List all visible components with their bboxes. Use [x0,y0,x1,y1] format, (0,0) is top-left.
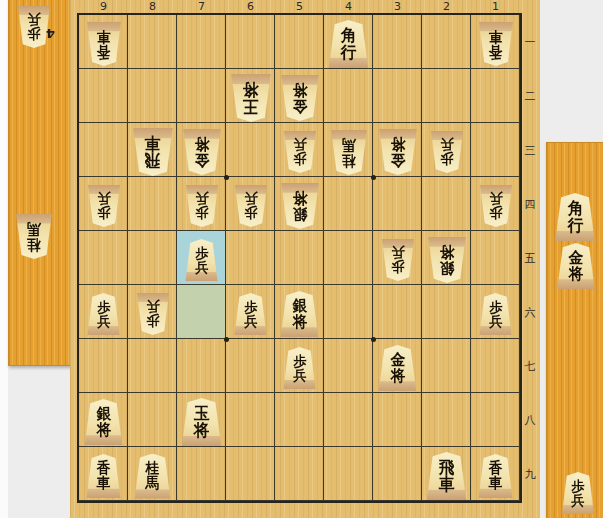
hand-gote-count: 4 [46,26,55,41]
square-f3-r6[interactable] [373,285,422,339]
shogi-app: 987654321 一二三四五六七八九 香車香車角行王将金将飛車金将歩兵桂馬金将… [0,0,603,518]
piece-kanji: 飛 [145,152,161,169]
piece-kanji: 歩 [146,314,159,328]
piece-kanji: 馬 [27,221,41,236]
rank-label-4: 四 [521,177,539,231]
piece-kanji: 馬 [146,476,160,491]
piece-kanji: 兵 [97,192,110,206]
file-label-8: 8 [128,0,177,14]
piece-kanji: 金 [292,98,307,114]
square-f3-r1[interactable] [373,15,422,69]
file-label-2: 2 [422,0,471,14]
rank-label-8: 八 [521,393,539,447]
piece-kanji: 香 [489,44,503,59]
rank-label-9: 九 [521,447,539,501]
piece-kanji: 兵 [293,138,306,152]
piece-kanji: 銀 [439,260,454,276]
square-f1-r7[interactable] [471,339,520,393]
piece-kanji: 車 [145,135,161,152]
piece-kanji: 歩 [293,354,306,368]
square-f2-r1[interactable] [422,15,471,69]
square-f2-r7[interactable] [422,339,471,393]
piece-kanji: 歩 [244,206,257,220]
piece-kanji: 兵 [489,314,502,328]
piece-kanji: 車 [489,476,503,491]
square-f9-r3[interactable] [79,123,128,177]
square-f4-r7[interactable] [324,339,373,393]
gote-captured-tray [8,0,72,366]
rank-label-7: 七 [521,339,539,393]
file-label-3: 3 [373,0,422,14]
piece-kanji: 兵 [489,192,502,206]
rank-label-3: 三 [521,123,539,177]
file-label-4: 4 [324,0,373,14]
file-label-1: 1 [471,0,520,14]
file-label-6: 6 [226,0,275,14]
piece-kanji: 将 [390,136,405,152]
square-f8-r8[interactable] [128,393,177,447]
piece-kanji: 馬 [342,137,356,152]
piece-kanji: 将 [96,422,111,438]
piece-kanji: 車 [439,476,455,493]
rank-label-6: 六 [521,285,539,339]
file-label-5: 5 [275,0,324,14]
piece-kanji: 将 [243,81,259,98]
square-f4-r6[interactable] [324,285,373,339]
square-f4-r2[interactable] [324,69,373,123]
hoshi-dot [224,337,229,342]
square-f6-r3[interactable] [226,123,275,177]
square-f9-r5[interactable] [79,231,128,285]
square-f5-r9[interactable] [275,447,324,501]
hoshi-dot [371,175,376,180]
piece-kanji: 将 [390,368,405,384]
piece-kanji: 歩 [489,206,502,220]
square-f3-r8[interactable] [373,393,422,447]
piece-kanji: 車 [97,476,111,491]
square-f9-r2[interactable] [79,69,128,123]
piece-kanji: 兵 [195,260,208,274]
square-f6-r8[interactable] [226,393,275,447]
square-f1-r5[interactable] [471,231,520,285]
square-f2-r4[interactable] [422,177,471,231]
piece-kanji: 兵 [146,300,159,314]
piece-kanji: 歩 [244,300,257,314]
square-f4-r5[interactable] [324,231,373,285]
piece-kanji: 歩 [391,260,404,274]
square-f5-r1[interactable] [275,15,324,69]
square-f9-r7[interactable] [79,339,128,393]
square-f6-r9[interactable] [226,447,275,501]
piece-kanji: 歩 [195,246,208,260]
square-f5-r5[interactable] [275,231,324,285]
piece-kanji: 兵 [244,192,257,206]
piece-kanji: 将 [194,422,210,439]
piece-kanji: 将 [194,136,209,152]
piece-kanji: 歩 [293,152,306,166]
piece-kanji: 将 [292,314,307,330]
piece-kanji: 歩 [28,27,41,41]
rank-label-1: 一 [521,15,539,69]
piece-kanji: 将 [569,266,584,282]
square-f4-r8[interactable] [324,393,373,447]
square-f8-r2[interactable] [128,69,177,123]
piece-kanji: 兵 [440,138,453,152]
square-f7-r6[interactable] [177,285,226,339]
square-f1-r2[interactable] [471,69,520,123]
piece-kanji: 将 [439,244,454,260]
square-f5-r8[interactable] [275,393,324,447]
piece-kanji: 兵 [572,493,585,507]
square-f7-r9[interactable] [177,447,226,501]
hoshi-dot [371,337,376,342]
square-f2-r2[interactable] [422,69,471,123]
square-f3-r4[interactable] [373,177,422,231]
square-f1-r8[interactable] [471,393,520,447]
square-f7-r7[interactable] [177,339,226,393]
square-f2-r8[interactable] [422,393,471,447]
piece-kanji: 歩 [440,152,453,166]
square-f1-r3[interactable] [471,123,520,177]
square-f7-r2[interactable] [177,69,226,123]
square-f6-r7[interactable] [226,339,275,393]
square-f6-r5[interactable] [226,231,275,285]
square-f8-r4[interactable] [128,177,177,231]
piece-kanji: 銀 [292,206,307,222]
piece-kanji: 歩 [97,300,110,314]
piece-kanji: 兵 [195,192,208,206]
square-f4-r4[interactable] [324,177,373,231]
piece-kanji: 金 [194,152,209,168]
piece-kanji: 兵 [293,368,306,382]
square-f8-r7[interactable] [128,339,177,393]
square-f3-r9[interactable] [373,447,422,501]
piece-kanji: 桂 [27,237,41,252]
piece-kanji: 車 [489,29,503,44]
square-f8-r1[interactable] [128,15,177,69]
piece-kanji: 将 [292,82,307,98]
piece-kanji: 歩 [97,206,110,220]
piece-kanji: 王 [243,98,259,115]
file-label-7: 7 [177,0,226,14]
piece-kanji: 香 [97,44,111,59]
square-f4-r9[interactable] [324,447,373,501]
square-f2-r6[interactable] [422,285,471,339]
piece-kanji: 将 [292,190,307,206]
piece-kanji: 行 [567,217,583,234]
piece-kanji: 行 [341,44,357,61]
square-f7-r1[interactable] [177,15,226,69]
piece-kanji: 兵 [97,314,110,328]
piece-kanji: 歩 [195,206,208,220]
rank-label-2: 二 [521,69,539,123]
piece-kanji: 兵 [28,13,41,27]
square-f3-r2[interactable] [373,69,422,123]
square-f8-r5[interactable] [128,231,177,285]
rank-label-5: 五 [521,231,539,285]
square-f6-r1[interactable] [226,15,275,69]
file-label-9: 9 [79,0,128,14]
piece-kanji: 車 [97,29,111,44]
left-margin [0,0,8,518]
hoshi-dot [224,175,229,180]
piece-kanji: 歩 [489,300,502,314]
piece-kanji: 金 [390,152,405,168]
piece-kanji: 歩 [572,479,585,493]
piece-kanji: 兵 [244,314,257,328]
piece-kanji: 兵 [391,246,404,260]
